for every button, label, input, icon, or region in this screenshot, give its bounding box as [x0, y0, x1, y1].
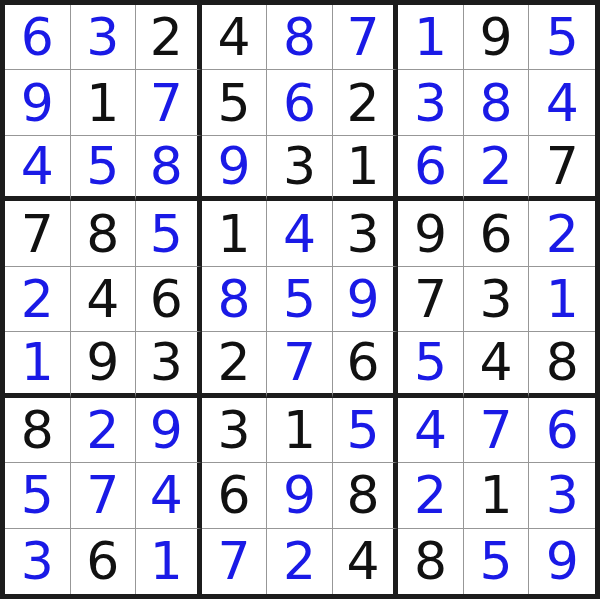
cell-r8c3[interactable]: 4 [136, 463, 202, 528]
cell-r1c4[interactable]: 4 [202, 5, 268, 70]
cell-r7c3[interactable]: 9 [136, 398, 202, 463]
cell-r8c9[interactable]: 3 [529, 463, 595, 528]
cell-r5c9[interactable]: 1 [529, 267, 595, 332]
cell-r2c9[interactable]: 4 [529, 70, 595, 135]
cell-r3c7[interactable]: 6 [398, 136, 464, 201]
cell-r2c4[interactable]: 5 [202, 70, 268, 135]
cell-r8c8[interactable]: 1 [464, 463, 530, 528]
cell-r4c4[interactable]: 1 [202, 201, 268, 266]
cell-r6c7[interactable]: 5 [398, 332, 464, 397]
cell-r4c3[interactable]: 5 [136, 201, 202, 266]
cell-r9c9[interactable]: 9 [529, 529, 595, 594]
cell-r4c1[interactable]: 7 [5, 201, 71, 266]
cell-r3c8[interactable]: 2 [464, 136, 530, 201]
cell-r5c8[interactable]: 3 [464, 267, 530, 332]
cell-r9c1[interactable]: 3 [5, 529, 71, 594]
cell-r3c3[interactable]: 8 [136, 136, 202, 201]
cell-r3c6[interactable]: 1 [333, 136, 399, 201]
cell-r3c2[interactable]: 5 [71, 136, 137, 201]
cell-r2c2[interactable]: 1 [71, 70, 137, 135]
cell-r6c6[interactable]: 6 [333, 332, 399, 397]
cell-r2c6[interactable]: 2 [333, 70, 399, 135]
cell-r6c3[interactable]: 3 [136, 332, 202, 397]
cell-r7c4[interactable]: 3 [202, 398, 268, 463]
cell-r1c3[interactable]: 2 [136, 5, 202, 70]
cell-r9c6[interactable]: 4 [333, 529, 399, 594]
cell-r1c5[interactable]: 8 [267, 5, 333, 70]
cell-r1c7[interactable]: 1 [398, 5, 464, 70]
cell-r9c5[interactable]: 2 [267, 529, 333, 594]
cell-r4c6[interactable]: 3 [333, 201, 399, 266]
cell-r9c8[interactable]: 5 [464, 529, 530, 594]
cell-r5c3[interactable]: 6 [136, 267, 202, 332]
cell-r6c5[interactable]: 7 [267, 332, 333, 397]
cell-r1c1[interactable]: 6 [5, 5, 71, 70]
cell-r5c1[interactable]: 2 [5, 267, 71, 332]
sudoku-board: 6324871959175623844589316277851439622468… [0, 0, 600, 599]
cell-r8c6[interactable]: 8 [333, 463, 399, 528]
cell-r5c6[interactable]: 9 [333, 267, 399, 332]
cell-r9c2[interactable]: 6 [71, 529, 137, 594]
cell-r9c4[interactable]: 7 [202, 529, 268, 594]
cell-r2c3[interactable]: 7 [136, 70, 202, 135]
cell-r6c9[interactable]: 8 [529, 332, 595, 397]
cell-r7c7[interactable]: 4 [398, 398, 464, 463]
cell-r7c5[interactable]: 1 [267, 398, 333, 463]
cell-r4c9[interactable]: 2 [529, 201, 595, 266]
cell-r6c1[interactable]: 1 [5, 332, 71, 397]
cell-r8c7[interactable]: 2 [398, 463, 464, 528]
cell-r7c6[interactable]: 5 [333, 398, 399, 463]
cell-r4c5[interactable]: 4 [267, 201, 333, 266]
cell-r8c4[interactable]: 6 [202, 463, 268, 528]
cell-r4c8[interactable]: 6 [464, 201, 530, 266]
cell-r1c9[interactable]: 5 [529, 5, 595, 70]
cell-r3c1[interactable]: 4 [5, 136, 71, 201]
cell-r5c7[interactable]: 7 [398, 267, 464, 332]
cell-r1c2[interactable]: 3 [71, 5, 137, 70]
cell-r4c7[interactable]: 9 [398, 201, 464, 266]
cell-r7c2[interactable]: 2 [71, 398, 137, 463]
cell-r3c4[interactable]: 9 [202, 136, 268, 201]
cell-r2c7[interactable]: 3 [398, 70, 464, 135]
cell-r4c2[interactable]: 8 [71, 201, 137, 266]
cell-r7c1[interactable]: 8 [5, 398, 71, 463]
cell-r6c2[interactable]: 9 [71, 332, 137, 397]
cell-r5c5[interactable]: 5 [267, 267, 333, 332]
cell-r7c8[interactable]: 7 [464, 398, 530, 463]
cell-r6c8[interactable]: 4 [464, 332, 530, 397]
cell-r3c5[interactable]: 3 [267, 136, 333, 201]
cell-r2c5[interactable]: 6 [267, 70, 333, 135]
cell-r2c8[interactable]: 8 [464, 70, 530, 135]
cell-r8c1[interactable]: 5 [5, 463, 71, 528]
cell-r8c5[interactable]: 9 [267, 463, 333, 528]
cell-r2c1[interactable]: 9 [5, 70, 71, 135]
cell-r3c9[interactable]: 7 [529, 136, 595, 201]
cell-r7c9[interactable]: 6 [529, 398, 595, 463]
cell-r1c8[interactable]: 9 [464, 5, 530, 70]
cell-r6c4[interactable]: 2 [202, 332, 268, 397]
cell-r5c2[interactable]: 4 [71, 267, 137, 332]
cell-r8c2[interactable]: 7 [71, 463, 137, 528]
cell-r5c4[interactable]: 8 [202, 267, 268, 332]
cell-r9c3[interactable]: 1 [136, 529, 202, 594]
cell-r9c7[interactable]: 8 [398, 529, 464, 594]
cell-r1c6[interactable]: 7 [333, 5, 399, 70]
